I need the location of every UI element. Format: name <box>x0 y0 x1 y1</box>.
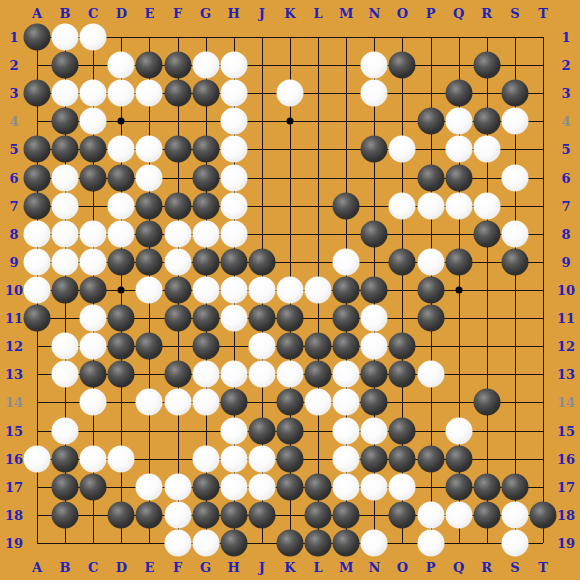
column-label-top: L <box>314 7 323 20</box>
black-stone-R2[interactable] <box>473 52 500 79</box>
white-stone-Q18[interactable] <box>445 501 472 528</box>
white-stone-A9[interactable] <box>24 248 51 275</box>
row-label-right: 1 <box>561 31 570 44</box>
row-label-left: 2 <box>9 59 18 72</box>
white-stone-K10[interactable] <box>277 277 304 304</box>
white-stone-P9[interactable] <box>417 248 444 275</box>
black-stone-A11[interactable] <box>24 305 51 332</box>
black-stone-R4[interactable] <box>473 108 500 135</box>
column-label-top: C <box>88 7 98 20</box>
white-stone-K3[interactable] <box>277 80 304 107</box>
black-stone-J9[interactable] <box>248 248 275 275</box>
black-stone-K19[interactable] <box>277 530 304 557</box>
black-stone-M18[interactable] <box>333 501 360 528</box>
white-stone-F18[interactable] <box>164 501 191 528</box>
white-stone-E10[interactable] <box>136 277 163 304</box>
black-stone-A3[interactable] <box>24 80 51 107</box>
black-stone-F2[interactable] <box>164 52 191 79</box>
black-stone-E18[interactable] <box>136 501 163 528</box>
column-label-bottom: J <box>259 561 265 574</box>
black-stone-N10[interactable] <box>361 277 388 304</box>
white-stone-G14[interactable] <box>192 389 219 416</box>
white-stone-S6[interactable] <box>501 164 528 191</box>
black-stone-L19[interactable] <box>305 530 332 557</box>
column-label-bottom: F <box>173 561 182 574</box>
white-stone-G10[interactable] <box>192 277 219 304</box>
black-stone-A1[interactable] <box>24 24 51 51</box>
black-stone-D18[interactable] <box>108 501 135 528</box>
row-label-right: 5 <box>561 143 570 156</box>
black-stone-D6[interactable] <box>108 164 135 191</box>
black-stone-F11[interactable] <box>164 305 191 332</box>
row-label-left: 7 <box>9 199 18 212</box>
row-label-right: 2 <box>561 59 570 72</box>
column-label-top: O <box>397 7 408 20</box>
white-stone-J10[interactable] <box>248 277 275 304</box>
white-stone-M17[interactable] <box>333 473 360 500</box>
white-stone-H17[interactable] <box>220 473 247 500</box>
column-label-bottom: B <box>60 561 71 574</box>
column-label-top: J <box>259 7 265 20</box>
black-stone-H9[interactable] <box>220 248 247 275</box>
black-stone-G9[interactable] <box>192 248 219 275</box>
white-stone-S8[interactable] <box>501 220 528 247</box>
column-label-bottom: Q <box>453 561 464 574</box>
column-label-top: T <box>538 7 548 20</box>
column-label-bottom: T <box>538 561 548 574</box>
column-label-bottom: D <box>116 561 127 574</box>
row-label-right: 10 <box>557 284 575 297</box>
row-label-left: 15 <box>5 424 23 437</box>
black-stone-P4[interactable] <box>417 108 444 135</box>
black-stone-M12[interactable] <box>333 333 360 360</box>
white-stone-L14[interactable] <box>305 389 332 416</box>
black-stone-J11[interactable] <box>248 305 275 332</box>
white-stone-B15[interactable] <box>52 417 79 444</box>
black-stone-B16[interactable] <box>52 445 79 472</box>
black-stone-G11[interactable] <box>192 305 219 332</box>
column-label-bottom: G <box>200 561 211 574</box>
black-stone-F10[interactable] <box>164 277 191 304</box>
white-stone-P19[interactable] <box>417 530 444 557</box>
white-stone-C3[interactable] <box>80 80 107 107</box>
white-stone-Q5[interactable] <box>445 136 472 163</box>
black-stone-B17[interactable] <box>52 473 79 500</box>
black-stone-E12[interactable] <box>136 333 163 360</box>
column-label-top: H <box>228 7 240 20</box>
white-stone-B3[interactable] <box>52 80 79 107</box>
black-stone-B5[interactable] <box>52 136 79 163</box>
white-stone-M14[interactable] <box>333 389 360 416</box>
row-label-right: 4 <box>561 115 570 128</box>
black-stone-L13[interactable] <box>305 361 332 388</box>
black-stone-N5[interactable] <box>361 136 388 163</box>
black-stone-R18[interactable] <box>473 501 500 528</box>
black-stone-H19[interactable] <box>220 530 247 557</box>
white-stone-N12[interactable] <box>361 333 388 360</box>
black-stone-D13[interactable] <box>108 361 135 388</box>
column-label-bottom: A <box>32 561 42 574</box>
column-label-bottom: L <box>314 561 323 574</box>
white-stone-R5[interactable] <box>473 136 500 163</box>
white-stone-H3[interactable] <box>220 80 247 107</box>
column-label-top: B <box>60 7 71 20</box>
white-stone-D16[interactable] <box>108 445 135 472</box>
row-label-left: 3 <box>9 87 18 100</box>
white-stone-L10[interactable] <box>305 277 332 304</box>
white-stone-R7[interactable] <box>473 192 500 219</box>
black-stone-O16[interactable] <box>389 445 416 472</box>
white-stone-H8[interactable] <box>220 220 247 247</box>
black-stone-S9[interactable] <box>501 248 528 275</box>
black-stone-P6[interactable] <box>417 164 444 191</box>
row-label-left: 13 <box>5 368 23 381</box>
white-stone-F8[interactable] <box>164 220 191 247</box>
column-label-top: R <box>481 7 492 20</box>
column-label-bottom: M <box>339 561 353 574</box>
black-stone-A7[interactable] <box>24 192 51 219</box>
white-stone-G16[interactable] <box>192 445 219 472</box>
white-stone-D5[interactable] <box>108 136 135 163</box>
white-stone-G2[interactable] <box>192 52 219 79</box>
hoshi-point <box>455 287 462 294</box>
white-stone-Q4[interactable] <box>445 108 472 135</box>
column-label-top: D <box>116 7 127 20</box>
white-stone-H2[interactable] <box>220 52 247 79</box>
row-label-left: 19 <box>5 537 23 550</box>
column-label-bottom: O <box>397 561 408 574</box>
white-stone-E5[interactable] <box>136 136 163 163</box>
black-stone-P16[interactable] <box>417 445 444 472</box>
black-stone-C13[interactable] <box>80 361 107 388</box>
row-label-right: 11 <box>557 312 575 325</box>
black-stone-B2[interactable] <box>52 52 79 79</box>
white-stone-O17[interactable] <box>389 473 416 500</box>
black-stone-F7[interactable] <box>164 192 191 219</box>
black-stone-Q3[interactable] <box>445 80 472 107</box>
white-stone-C4[interactable] <box>80 108 107 135</box>
black-stone-D11[interactable] <box>108 305 135 332</box>
white-stone-B12[interactable] <box>52 333 79 360</box>
black-stone-O2[interactable] <box>389 52 416 79</box>
black-stone-Q16[interactable] <box>445 445 472 472</box>
black-stone-Q6[interactable] <box>445 164 472 191</box>
white-stone-D7[interactable] <box>108 192 135 219</box>
column-label-top: N <box>368 7 380 20</box>
row-label-left: 14 <box>5 396 23 409</box>
black-stone-E2[interactable] <box>136 52 163 79</box>
white-stone-H6[interactable] <box>220 164 247 191</box>
white-stone-A10[interactable] <box>24 277 51 304</box>
white-stone-O5[interactable] <box>389 136 416 163</box>
black-stone-J15[interactable] <box>248 417 275 444</box>
black-stone-M7[interactable] <box>333 192 360 219</box>
black-stone-S17[interactable] <box>501 473 528 500</box>
black-stone-K15[interactable] <box>277 417 304 444</box>
white-stone-F19[interactable] <box>164 530 191 557</box>
white-stone-H10[interactable] <box>220 277 247 304</box>
row-label-left: 16 <box>5 452 23 465</box>
white-stone-C1[interactable] <box>80 24 107 51</box>
black-stone-G17[interactable] <box>192 473 219 500</box>
black-stone-D9[interactable] <box>108 248 135 275</box>
column-label-top: Q <box>453 7 464 20</box>
hoshi-point <box>118 118 125 125</box>
go-board-app: AABBCCDDEEFFGGHHJJKKLLMMNNOOPPQQRRSSTT11… <box>0 0 580 580</box>
black-stone-F13[interactable] <box>164 361 191 388</box>
black-stone-C17[interactable] <box>80 473 107 500</box>
black-stone-F5[interactable] <box>164 136 191 163</box>
white-stone-N15[interactable] <box>361 417 388 444</box>
white-stone-D8[interactable] <box>108 220 135 247</box>
black-stone-Q17[interactable] <box>445 473 472 500</box>
white-stone-F17[interactable] <box>164 473 191 500</box>
row-label-left: 9 <box>9 255 18 268</box>
grid-line-vertical <box>543 37 544 543</box>
black-stone-G5[interactable] <box>192 136 219 163</box>
black-stone-D12[interactable] <box>108 333 135 360</box>
black-stone-O9[interactable] <box>389 248 416 275</box>
black-stone-O13[interactable] <box>389 361 416 388</box>
column-label-top: P <box>426 7 436 20</box>
white-stone-S4[interactable] <box>501 108 528 135</box>
white-stone-Q15[interactable] <box>445 417 472 444</box>
black-stone-K11[interactable] <box>277 305 304 332</box>
black-stone-M10[interactable] <box>333 277 360 304</box>
black-stone-P11[interactable] <box>417 305 444 332</box>
column-label-top: M <box>339 7 353 20</box>
white-stone-N2[interactable] <box>361 52 388 79</box>
hoshi-point <box>287 118 294 125</box>
black-stone-L17[interactable] <box>305 473 332 500</box>
black-stone-K16[interactable] <box>277 445 304 472</box>
row-label-left: 11 <box>5 312 23 325</box>
black-stone-R8[interactable] <box>473 220 500 247</box>
column-label-top: K <box>284 7 295 20</box>
white-stone-H5[interactable] <box>220 136 247 163</box>
white-stone-B9[interactable] <box>52 248 79 275</box>
black-stone-J18[interactable] <box>248 501 275 528</box>
row-label-right: 6 <box>561 171 570 184</box>
black-stone-G6[interactable] <box>192 164 219 191</box>
column-label-bottom: S <box>510 561 519 574</box>
black-stone-E8[interactable] <box>136 220 163 247</box>
row-label-right: 16 <box>557 452 575 465</box>
white-stone-D3[interactable] <box>108 80 135 107</box>
black-stone-N13[interactable] <box>361 361 388 388</box>
white-stone-C8[interactable] <box>80 220 107 247</box>
white-stone-B1[interactable] <box>52 24 79 51</box>
black-stone-G7[interactable] <box>192 192 219 219</box>
row-label-left: 10 <box>5 284 23 297</box>
black-stone-P10[interactable] <box>417 277 444 304</box>
white-stone-E14[interactable] <box>136 389 163 416</box>
black-stone-O12[interactable] <box>389 333 416 360</box>
white-stone-N17[interactable] <box>361 473 388 500</box>
column-label-top: F <box>173 7 182 20</box>
row-label-left: 12 <box>5 340 23 353</box>
white-stone-K13[interactable] <box>277 361 304 388</box>
white-stone-A8[interactable] <box>24 220 51 247</box>
black-stone-K17[interactable] <box>277 473 304 500</box>
row-label-right: 8 <box>561 227 570 240</box>
column-label-bottom: E <box>144 561 154 574</box>
black-stone-S3[interactable] <box>501 80 528 107</box>
row-label-right: 19 <box>557 537 575 550</box>
black-stone-Q9[interactable] <box>445 248 472 275</box>
black-stone-A5[interactable] <box>24 136 51 163</box>
white-stone-P7[interactable] <box>417 192 444 219</box>
white-stone-S18[interactable] <box>501 501 528 528</box>
white-stone-N11[interactable] <box>361 305 388 332</box>
white-stone-E6[interactable] <box>136 164 163 191</box>
black-stone-E9[interactable] <box>136 248 163 275</box>
row-label-left: 5 <box>9 143 18 156</box>
black-stone-O15[interactable] <box>389 417 416 444</box>
black-stone-G12[interactable] <box>192 333 219 360</box>
black-stone-E7[interactable] <box>136 192 163 219</box>
white-stone-J17[interactable] <box>248 473 275 500</box>
white-stone-G19[interactable] <box>192 530 219 557</box>
black-stone-N14[interactable] <box>361 389 388 416</box>
black-stone-R17[interactable] <box>473 473 500 500</box>
white-stone-B8[interactable] <box>52 220 79 247</box>
black-stone-L12[interactable] <box>305 333 332 360</box>
black-stone-N8[interactable] <box>361 220 388 247</box>
column-label-bottom: P <box>426 561 436 574</box>
white-stone-M9[interactable] <box>333 248 360 275</box>
row-label-right: 18 <box>557 508 575 521</box>
white-stone-G13[interactable] <box>192 361 219 388</box>
black-stone-H18[interactable] <box>220 501 247 528</box>
white-stone-H13[interactable] <box>220 361 247 388</box>
white-stone-A16[interactable] <box>24 445 51 472</box>
black-stone-M19[interactable] <box>333 530 360 557</box>
column-label-top: A <box>32 7 42 20</box>
black-stone-F3[interactable] <box>164 80 191 107</box>
black-stone-C5[interactable] <box>80 136 107 163</box>
row-label-right: 7 <box>561 199 570 212</box>
black-stone-B10[interactable] <box>52 277 79 304</box>
black-stone-B18[interactable] <box>52 501 79 528</box>
white-stone-G8[interactable] <box>192 220 219 247</box>
row-label-right: 17 <box>557 480 575 493</box>
white-stone-F14[interactable] <box>164 389 191 416</box>
black-stone-N16[interactable] <box>361 445 388 472</box>
white-stone-E3[interactable] <box>136 80 163 107</box>
black-stone-A6[interactable] <box>24 164 51 191</box>
row-label-right: 15 <box>557 424 575 437</box>
white-stone-F9[interactable] <box>164 248 191 275</box>
white-stone-C16[interactable] <box>80 445 107 472</box>
black-stone-O18[interactable] <box>389 501 416 528</box>
black-stone-H14[interactable] <box>220 389 247 416</box>
white-stone-N19[interactable] <box>361 530 388 557</box>
row-label-right: 9 <box>561 255 570 268</box>
row-label-right: 14 <box>557 396 575 409</box>
white-stone-C9[interactable] <box>80 248 107 275</box>
row-label-left: 8 <box>9 227 18 240</box>
black-stone-G18[interactable] <box>192 501 219 528</box>
white-stone-D2[interactable] <box>108 52 135 79</box>
white-stone-H15[interactable] <box>220 417 247 444</box>
white-stone-M15[interactable] <box>333 417 360 444</box>
white-stone-B13[interactable] <box>52 361 79 388</box>
white-stone-J12[interactable] <box>248 333 275 360</box>
white-stone-H11[interactable] <box>220 305 247 332</box>
white-stone-M16[interactable] <box>333 445 360 472</box>
white-stone-B6[interactable] <box>52 164 79 191</box>
row-label-left: 1 <box>9 31 18 44</box>
white-stone-H4[interactable] <box>220 108 247 135</box>
black-stone-R14[interactable] <box>473 389 500 416</box>
row-label-left: 6 <box>9 171 18 184</box>
white-stone-E17[interactable] <box>136 473 163 500</box>
column-label-bottom: H <box>228 561 240 574</box>
row-label-left: 4 <box>9 115 18 128</box>
black-stone-M11[interactable] <box>333 305 360 332</box>
white-stone-C14[interactable] <box>80 389 107 416</box>
white-stone-P18[interactable] <box>417 501 444 528</box>
white-stone-H16[interactable] <box>220 445 247 472</box>
white-stone-N3[interactable] <box>361 80 388 107</box>
black-stone-K14[interactable] <box>277 389 304 416</box>
black-stone-T18[interactable] <box>530 501 557 528</box>
white-stone-J16[interactable] <box>248 445 275 472</box>
white-stone-H7[interactable] <box>220 192 247 219</box>
row-label-right: 3 <box>561 87 570 100</box>
column-label-top: E <box>144 7 154 20</box>
column-label-top: S <box>510 7 519 20</box>
white-stone-C12[interactable] <box>80 333 107 360</box>
column-label-bottom: K <box>284 561 295 574</box>
row-label-right: 12 <box>557 340 575 353</box>
white-stone-P13[interactable] <box>417 361 444 388</box>
black-stone-C6[interactable] <box>80 164 107 191</box>
black-stone-C10[interactable] <box>80 277 107 304</box>
column-label-top: G <box>200 7 211 20</box>
row-label-left: 18 <box>5 508 23 521</box>
black-stone-B4[interactable] <box>52 108 79 135</box>
row-label-right: 13 <box>557 368 575 381</box>
row-label-left: 17 <box>5 480 23 493</box>
black-stone-K12[interactable] <box>277 333 304 360</box>
hoshi-point <box>118 287 125 294</box>
white-stone-S19[interactable] <box>501 530 528 557</box>
white-stone-O7[interactable] <box>389 192 416 219</box>
white-stone-M13[interactable] <box>333 361 360 388</box>
column-label-bottom: N <box>368 561 380 574</box>
white-stone-B7[interactable] <box>52 192 79 219</box>
black-stone-G3[interactable] <box>192 80 219 107</box>
column-label-bottom: C <box>88 561 98 574</box>
column-label-bottom: R <box>481 561 492 574</box>
black-stone-L18[interactable] <box>305 501 332 528</box>
white-stone-C11[interactable] <box>80 305 107 332</box>
white-stone-Q7[interactable] <box>445 192 472 219</box>
white-stone-J13[interactable] <box>248 361 275 388</box>
